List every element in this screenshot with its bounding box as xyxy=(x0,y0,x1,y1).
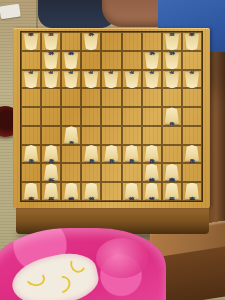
board-cell xyxy=(182,163,202,182)
board-cell: 歩兵 xyxy=(142,145,162,164)
board-cell xyxy=(142,32,162,51)
board-cell: 歩兵 xyxy=(41,145,61,164)
far-silver-piece: 銀将 xyxy=(44,52,59,70)
board-cell xyxy=(61,88,81,107)
board-cell xyxy=(162,88,182,107)
board-cell: 金将 xyxy=(142,51,162,70)
near-king-piece: 玉将 xyxy=(144,183,159,201)
board-cell xyxy=(101,51,121,70)
far-pawn-piece: 歩兵 xyxy=(44,71,59,89)
board-cell xyxy=(81,107,101,126)
board-cell xyxy=(182,107,202,126)
near-pawn-piece: 歩兵 xyxy=(144,145,159,163)
near-bishop-piece: 角行 xyxy=(44,164,59,182)
far-lance-piece: 香車 xyxy=(184,33,199,51)
board-cell: 金将 xyxy=(81,32,101,51)
board-cell xyxy=(21,51,41,70)
near-pawn-piece: 歩兵 xyxy=(84,145,99,163)
board-cell: 歩兵 xyxy=(61,70,81,89)
board-grid: 香車桂馬金将桂馬香車銀将王将金将銀将歩兵歩兵歩兵歩兵歩兵歩兵歩兵歩兵歩兵歩兵歩兵… xyxy=(20,31,203,202)
board-cell: 歩兵 xyxy=(81,70,101,89)
board-cell: 歩兵 xyxy=(101,145,121,164)
board-cell xyxy=(142,126,162,145)
blanket-fold xyxy=(96,238,148,278)
far-gold-piece: 金将 xyxy=(144,52,159,70)
near-pawn-piece: 歩兵 xyxy=(24,145,39,163)
board-cell: 桂馬 xyxy=(162,32,182,51)
board-cell xyxy=(182,88,202,107)
board-cell xyxy=(101,32,121,51)
board-cell xyxy=(101,182,121,201)
near-gold-piece: 金将 xyxy=(124,183,139,201)
board-cell: 歩兵 xyxy=(101,70,121,89)
board-cell xyxy=(122,107,142,126)
far-knight-piece: 桂馬 xyxy=(44,33,59,51)
board-cell: 王将 xyxy=(61,51,81,70)
board-cell: 歩兵 xyxy=(81,145,101,164)
board-cell: 銀将 xyxy=(162,51,182,70)
near-rook-piece: 飛車 xyxy=(164,164,179,182)
board-cell: 歩兵 xyxy=(41,70,61,89)
near-knight-piece: 桂馬 xyxy=(164,183,179,201)
board-cell xyxy=(21,88,41,107)
board-cell: 歩兵 xyxy=(122,70,142,89)
paper-sheet xyxy=(0,4,21,20)
near-pawn-piece: 歩兵 xyxy=(184,145,199,163)
board-cell: 歩兵 xyxy=(21,70,41,89)
board-cell xyxy=(41,88,61,107)
far-lance-piece: 香車 xyxy=(24,33,39,51)
board-cell: 歩兵 xyxy=(162,70,182,89)
board-cell xyxy=(122,32,142,51)
far-pawn-piece: 歩兵 xyxy=(124,71,139,89)
far-knight-piece: 桂馬 xyxy=(164,33,179,51)
board-cell: 銀将 xyxy=(41,51,61,70)
board-cell xyxy=(122,163,142,182)
board-cell: 金将 xyxy=(122,182,142,201)
shogi-board: 香車桂馬金将桂馬香車銀将王将金将銀将歩兵歩兵歩兵歩兵歩兵歩兵歩兵歩兵歩兵歩兵歩兵… xyxy=(13,28,210,208)
near-pawn-piece: 歩兵 xyxy=(124,145,139,163)
far-pawn-piece: 歩兵 xyxy=(64,71,79,89)
far-silver-piece: 銀将 xyxy=(164,52,179,70)
far-pawn-piece: 歩兵 xyxy=(144,71,159,89)
board-cell: 角行 xyxy=(41,163,61,182)
board-cell: 香車 xyxy=(182,182,202,201)
board-cell xyxy=(142,88,162,107)
board-cell xyxy=(81,88,101,107)
near-silver-piece: 銀将 xyxy=(144,164,159,182)
board-cell xyxy=(61,32,81,51)
board-cell: 飛車 xyxy=(162,163,182,182)
near-lance-piece: 香車 xyxy=(24,183,39,201)
far-pawn-piece: 歩兵 xyxy=(104,71,119,89)
board-cell xyxy=(101,163,121,182)
far-king-piece: 王将 xyxy=(64,52,79,70)
blanket-yellow-squiggle xyxy=(50,273,74,297)
board-cell xyxy=(61,107,81,126)
blanket-yellow-squiggle xyxy=(68,254,88,275)
board-cell xyxy=(81,126,101,145)
board-cell xyxy=(81,51,101,70)
board-cell xyxy=(162,145,182,164)
board-cell xyxy=(61,163,81,182)
near-silver-piece: 銀将 xyxy=(64,183,79,201)
board-cell: 歩兵 xyxy=(182,70,202,89)
board-cell: 香車 xyxy=(21,32,41,51)
board-cell xyxy=(21,107,41,126)
board-cell: 歩兵 xyxy=(21,145,41,164)
board-cell xyxy=(21,163,41,182)
board-cell xyxy=(101,107,121,126)
blanket-yellow-squiggle xyxy=(24,268,47,288)
board-cell: 桂馬 xyxy=(41,32,61,51)
board-cell: 歩兵 xyxy=(61,126,81,145)
board-cell: 歩兵 xyxy=(182,145,202,164)
board-cell xyxy=(122,51,142,70)
board-cell xyxy=(162,126,182,145)
board-cell xyxy=(101,88,121,107)
board-cell: 銀将 xyxy=(61,182,81,201)
board-cell xyxy=(122,126,142,145)
board-cell: 歩兵 xyxy=(162,107,182,126)
near-knight-piece: 桂馬 xyxy=(44,183,59,201)
near-pawn-piece: 歩兵 xyxy=(164,107,179,125)
board-cell: 桂馬 xyxy=(41,182,61,201)
board-cell: 香車 xyxy=(182,32,202,51)
board-cell xyxy=(101,126,121,145)
board-cell xyxy=(122,88,142,107)
board-cell: 玉将 xyxy=(142,182,162,201)
board-cell: 香車 xyxy=(21,182,41,201)
far-pawn-piece: 歩兵 xyxy=(184,71,199,89)
near-pawn-piece: 歩兵 xyxy=(44,145,59,163)
board-cell xyxy=(21,126,41,145)
board-cell xyxy=(81,163,101,182)
near-pawn-piece: 歩兵 xyxy=(104,145,119,163)
board-cell xyxy=(142,107,162,126)
board-cell: 銀将 xyxy=(142,163,162,182)
board-cell xyxy=(182,126,202,145)
far-gold-piece: 金将 xyxy=(84,33,99,51)
near-lance-piece: 香車 xyxy=(184,183,199,201)
board-cell xyxy=(41,107,61,126)
board-cell: 金将 xyxy=(81,182,101,201)
far-pawn-piece: 歩兵 xyxy=(84,71,99,89)
board-cell xyxy=(41,126,61,145)
near-gold-piece: 金将 xyxy=(84,183,99,201)
far-pawn-piece: 歩兵 xyxy=(164,71,179,89)
board-cell xyxy=(182,51,202,70)
board-cell xyxy=(61,145,81,164)
board-cell: 歩兵 xyxy=(122,145,142,164)
board-cell: 歩兵 xyxy=(142,70,162,89)
board-cell: 桂馬 xyxy=(162,182,182,201)
photo-scene: 香車桂馬金将桂馬香車銀将王将金将銀将歩兵歩兵歩兵歩兵歩兵歩兵歩兵歩兵歩兵歩兵歩兵… xyxy=(0,0,225,300)
near-pawn-piece: 歩兵 xyxy=(64,126,79,144)
far-pawn-piece: 歩兵 xyxy=(24,71,39,89)
